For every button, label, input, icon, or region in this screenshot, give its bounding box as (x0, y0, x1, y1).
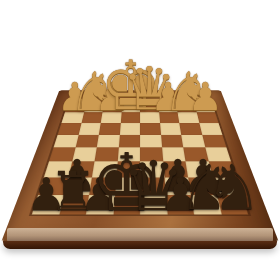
light-pawn[interactable]: ♟ (188, 78, 223, 117)
dark-knight[interactable]: ♞ (206, 158, 262, 220)
product-photo: ♟♞♟♚♛♟♞♟♟♟♟♟♜♟♚♛♟♞♞ (0, 0, 280, 280)
pieces-layer: ♟♞♟♚♛♟♞♟♟♟♟♟♜♟♚♛♟♞♞ (0, 0, 280, 280)
